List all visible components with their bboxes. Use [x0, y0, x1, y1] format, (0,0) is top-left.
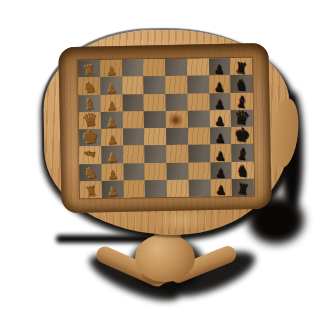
square-r3c1[interactable]: ♟: [101, 111, 123, 129]
square-r6c4[interactable]: [166, 162, 188, 180]
piece-white-bishop[interactable]: ♝: [81, 146, 97, 161]
square-r4c3[interactable]: [144, 128, 166, 146]
square-r0c4[interactable]: [165, 59, 187, 77]
piece-black-pawn[interactable]: ♟: [214, 80, 225, 93]
piece-white-pawn[interactable]: ♟: [106, 168, 118, 181]
piece-black-bishop[interactable]: ♝: [235, 146, 250, 163]
pedestal-knob: [135, 234, 195, 282]
square-r7c3[interactable]: [145, 180, 167, 198]
chess-board: ♜♟♟♜♞♟♟♞♝♟♟♝♛♟♟♛♚♟♟♚♝♟♟♝♞♟♟♞♜♟♟♜: [78, 58, 254, 198]
piece-white-pawn[interactable]: ♟: [105, 82, 117, 95]
piece-black-pawn[interactable]: ♟: [214, 63, 225, 76]
piece-black-pawn[interactable]: ♟: [215, 149, 226, 162]
square-r0c2[interactable]: [122, 59, 144, 77]
chess-table-photo: ♜♟♟♜♞♟♟♞♝♟♟♝♛♟♟♛♚♟♟♚♝♟♟♝♞♟♟♞♜♟♟♜: [0, 0, 332, 332]
square-r1c5[interactable]: [187, 76, 209, 94]
piece-white-pawn[interactable]: ♟: [107, 185, 119, 198]
square-r5c0[interactable]: ♝: [79, 146, 101, 164]
square-r1c3[interactable]: [144, 76, 166, 94]
square-r6c2[interactable]: [123, 163, 145, 181]
piece-white-knight[interactable]: ♞: [81, 79, 97, 96]
square-r1c2[interactable]: [122, 77, 144, 95]
piece-white-king[interactable]: ♚: [81, 127, 100, 147]
square-r7c6[interactable]: ♟: [210, 179, 232, 197]
square-r2c4[interactable]: [166, 93, 188, 111]
square-r3c3[interactable]: [144, 111, 166, 129]
square-r1c1[interactable]: ♟: [100, 77, 122, 95]
piece-white-pawn[interactable]: ♟: [105, 65, 117, 78]
square-r4c5[interactable]: [188, 127, 210, 145]
square-r2c3[interactable]: [144, 94, 166, 112]
square-r7c7[interactable]: ♜: [232, 179, 254, 197]
piece-black-pawn[interactable]: ♟: [216, 184, 227, 197]
piece-white-pawn[interactable]: ♟: [106, 134, 118, 147]
square-r5c5[interactable]: [188, 145, 210, 163]
piece-black-rook[interactable]: ♜: [236, 181, 250, 197]
square-r0c6[interactable]: ♟: [209, 58, 231, 76]
square-r3c5[interactable]: [188, 110, 210, 128]
piece-black-pawn[interactable]: ♟: [214, 98, 225, 111]
piece-white-pawn[interactable]: ♟: [106, 116, 118, 129]
piece-black-knight[interactable]: ♞: [235, 163, 250, 180]
square-r0c1[interactable]: ♟: [100, 60, 122, 78]
piece-black-pawn[interactable]: ♟: [215, 115, 226, 128]
square-r0c3[interactable]: [143, 59, 165, 77]
square-r1c0[interactable]: ♞: [78, 77, 100, 95]
piece-white-pawn[interactable]: ♟: [106, 151, 118, 164]
piece-white-knight[interactable]: ♞: [83, 165, 99, 182]
square-r1c4[interactable]: [165, 76, 187, 94]
square-r4c2[interactable]: [123, 128, 145, 146]
piece-white-rook[interactable]: ♜: [83, 183, 98, 199]
square-r4c6[interactable]: ♟: [209, 127, 231, 145]
square-r1c7[interactable]: ♞: [231, 75, 253, 93]
square-r1c6[interactable]: ♟: [209, 75, 231, 93]
square-r3c6[interactable]: ♟: [209, 110, 231, 128]
square-r3c4[interactable]: [166, 110, 188, 128]
piece-black-pawn[interactable]: ♟: [215, 132, 226, 145]
square-r6c3[interactable]: [145, 162, 167, 180]
square-r5c3[interactable]: [144, 145, 166, 163]
square-r0c5[interactable]: [187, 58, 209, 76]
square-r0c7[interactable]: ♜: [230, 58, 252, 76]
square-r5c6[interactable]: ♟: [210, 144, 232, 162]
square-r2c5[interactable]: [187, 93, 209, 111]
square-r0c0[interactable]: ♜: [78, 60, 100, 78]
square-r4c7[interactable]: ♚: [231, 127, 253, 145]
piece-black-pawn[interactable]: ♟: [215, 167, 226, 180]
square-r7c2[interactable]: [123, 180, 145, 198]
square-r4c4[interactable]: [166, 128, 188, 146]
piece-black-knight[interactable]: ♞: [234, 77, 249, 94]
piece-white-pawn[interactable]: ♟: [105, 99, 117, 112]
square-r7c1[interactable]: ♟: [101, 180, 123, 198]
square-r6c1[interactable]: ♟: [101, 163, 123, 181]
piece-black-king[interactable]: ♚: [233, 125, 252, 145]
square-r5c2[interactable]: [123, 146, 145, 164]
piece-white-rook[interactable]: ♜: [82, 62, 97, 78]
square-r6c0[interactable]: ♞: [79, 163, 101, 181]
square-r6c7[interactable]: ♞: [232, 161, 254, 179]
square-r2c6[interactable]: ♟: [209, 93, 231, 111]
square-r5c7[interactable]: ♝: [231, 144, 253, 162]
square-r7c5[interactable]: [188, 179, 210, 197]
square-r2c1[interactable]: ♟: [100, 94, 122, 112]
square-r5c1[interactable]: ♟: [101, 146, 123, 164]
square-r6c5[interactable]: [188, 162, 210, 180]
square-r2c2[interactable]: [122, 94, 144, 112]
piece-black-rook[interactable]: ♜: [234, 60, 248, 76]
square-r3c2[interactable]: [122, 111, 144, 129]
square-r6c6[interactable]: ♟: [210, 162, 232, 180]
square-r4c0[interactable]: ♚: [79, 129, 101, 147]
square-r4c1[interactable]: ♟: [101, 129, 123, 147]
square-r7c4[interactable]: [167, 179, 189, 197]
square-r7c0[interactable]: ♜: [80, 181, 102, 199]
square-r5c4[interactable]: [166, 145, 188, 163]
